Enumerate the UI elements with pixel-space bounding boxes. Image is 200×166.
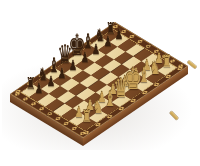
product-photo-scene: ♜♟♞♟♝♟♚♟♟♛♜♟♟♝♞♟♟♞♝♟♟♜♚♟♟♛♟♝♟♞♟♜ (0, 0, 200, 166)
